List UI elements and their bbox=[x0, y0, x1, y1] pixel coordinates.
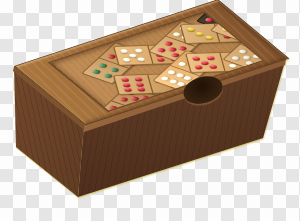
pip-white bbox=[248, 16, 258, 22]
pip-red bbox=[195, 65, 203, 69]
pip-green bbox=[103, 73, 113, 79]
pip-white bbox=[129, 53, 137, 57]
pip-white bbox=[244, 60, 254, 66]
pip-red bbox=[201, 60, 209, 64]
pip-red bbox=[157, 47, 167, 53]
pip-yellow bbox=[237, 24, 247, 30]
pip-red bbox=[237, 34, 245, 38]
pip-red bbox=[108, 105, 118, 111]
pip-green bbox=[98, 63, 108, 69]
pip-dark_green bbox=[247, 40, 257, 46]
pip-red bbox=[164, 41, 174, 47]
pip-white bbox=[252, 53, 262, 59]
tile-half bbox=[114, 46, 151, 65]
pip-white bbox=[245, 11, 255, 16]
pip-red bbox=[235, 26, 243, 30]
pip-red bbox=[134, 77, 142, 81]
pip-white bbox=[241, 54, 251, 60]
tile-half bbox=[227, 11, 265, 26]
pip-white bbox=[178, 62, 188, 68]
pip-red bbox=[124, 88, 132, 92]
pip-white bbox=[137, 57, 145, 61]
pip-red bbox=[215, 16, 225, 22]
domino-tile-3-2g bbox=[259, 43, 266, 65]
tile-half bbox=[214, 11, 259, 17]
pip-dark_green bbox=[258, 39, 265, 45]
tile-half bbox=[186, 53, 223, 72]
pip-yellow bbox=[196, 31, 204, 35]
domino-box bbox=[0, 0, 300, 221]
pip-yellow bbox=[204, 35, 212, 39]
pip-green bbox=[110, 67, 120, 73]
tile-half bbox=[260, 45, 265, 64]
pip-white bbox=[123, 58, 131, 62]
pip-red bbox=[225, 15, 235, 21]
pip-red bbox=[129, 96, 139, 102]
pip-white bbox=[256, 11, 266, 15]
photo-canvas bbox=[0, 0, 300, 221]
pip-white bbox=[238, 49, 248, 55]
pip-red bbox=[205, 17, 215, 23]
pip-red bbox=[119, 97, 129, 103]
pip-red bbox=[135, 82, 143, 86]
pip-red bbox=[157, 57, 165, 61]
pip-red bbox=[132, 102, 142, 108]
pip-white bbox=[120, 49, 128, 53]
tile-half bbox=[114, 75, 151, 94]
pip-red bbox=[116, 108, 126, 112]
pip-red bbox=[121, 78, 129, 82]
pip-red bbox=[101, 111, 111, 112]
pip-yellow bbox=[221, 26, 231, 32]
pip-red bbox=[209, 64, 217, 68]
pip-red bbox=[137, 87, 145, 91]
pip-white bbox=[235, 11, 245, 17]
pip-red bbox=[192, 57, 200, 61]
pip-red bbox=[140, 95, 150, 101]
pip-yellow bbox=[187, 28, 195, 32]
pip-red bbox=[207, 56, 215, 60]
pip-red bbox=[122, 83, 130, 87]
pip-white bbox=[135, 49, 143, 53]
pip-green bbox=[91, 69, 101, 75]
pip-red bbox=[167, 46, 177, 52]
pip-white bbox=[231, 55, 241, 61]
